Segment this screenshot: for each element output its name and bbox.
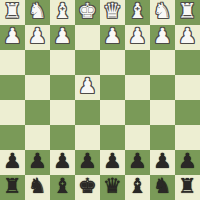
square-f7[interactable]: ♟: [50, 150, 75, 175]
square-d5[interactable]: [100, 100, 125, 125]
square-a5[interactable]: [175, 100, 200, 125]
white-pawn-piece[interactable]: ♟: [28, 25, 47, 49]
square-d6[interactable]: [100, 125, 125, 150]
black-bishop-piece[interactable]: ♝: [128, 175, 147, 199]
square-g5[interactable]: [25, 100, 50, 125]
black-queen-piece[interactable]: ♛: [103, 175, 122, 199]
square-g8[interactable]: ♞: [25, 175, 50, 200]
square-d3[interactable]: [100, 50, 125, 75]
square-b1[interactable]: ♞: [150, 0, 175, 25]
white-pawn-piece[interactable]: ♟: [3, 25, 22, 49]
square-b4[interactable]: [150, 75, 175, 100]
black-king-piece[interactable]: ♚: [78, 175, 97, 199]
black-bishop-piece[interactable]: ♝: [53, 175, 72, 199]
white-queen-piece[interactable]: ♛: [103, 0, 122, 24]
square-h5[interactable]: [0, 100, 25, 125]
chess-board: ♜♞♝♚♛♝♞♜♟♟♟♟♟♟♟♟♟♟♟♟♟♟♟♟♜♞♝♚♛♝♞♜: [0, 0, 200, 200]
square-h8[interactable]: ♜: [0, 175, 25, 200]
black-pawn-piece[interactable]: ♟: [28, 150, 47, 174]
white-rook-piece[interactable]: ♜: [178, 0, 197, 24]
square-e2[interactable]: [75, 25, 100, 50]
black-pawn-piece[interactable]: ♟: [78, 150, 97, 174]
square-a7[interactable]: ♟: [175, 150, 200, 175]
square-c4[interactable]: [125, 75, 150, 100]
black-rook-piece[interactable]: ♜: [178, 175, 197, 199]
square-d2[interactable]: ♟: [100, 25, 125, 50]
white-rook-piece[interactable]: ♜: [3, 0, 22, 24]
square-e4[interactable]: ♟: [75, 75, 100, 100]
black-rook-piece[interactable]: ♜: [3, 175, 22, 199]
square-h4[interactable]: [0, 75, 25, 100]
black-knight-piece[interactable]: ♞: [28, 175, 47, 199]
square-h2[interactable]: ♟: [0, 25, 25, 50]
square-g6[interactable]: [25, 125, 50, 150]
square-d7[interactable]: ♟: [100, 150, 125, 175]
black-pawn-piece[interactable]: ♟: [153, 150, 172, 174]
square-a4[interactable]: [175, 75, 200, 100]
black-pawn-piece[interactable]: ♟: [3, 150, 22, 174]
square-d8[interactable]: ♛: [100, 175, 125, 200]
square-h7[interactable]: ♟: [0, 150, 25, 175]
square-f2[interactable]: ♟: [50, 25, 75, 50]
white-bishop-piece[interactable]: ♝: [128, 0, 147, 24]
square-e1[interactable]: ♚: [75, 0, 100, 25]
white-bishop-piece[interactable]: ♝: [53, 0, 72, 24]
black-knight-piece[interactable]: ♞: [153, 175, 172, 199]
square-c2[interactable]: ♟: [125, 25, 150, 50]
square-e6[interactable]: [75, 125, 100, 150]
square-b8[interactable]: ♞: [150, 175, 175, 200]
square-d1[interactable]: ♛: [100, 0, 125, 25]
square-b6[interactable]: [150, 125, 175, 150]
square-b3[interactable]: [150, 50, 175, 75]
square-e8[interactable]: ♚: [75, 175, 100, 200]
square-b7[interactable]: ♟: [150, 150, 175, 175]
square-h3[interactable]: [0, 50, 25, 75]
black-pawn-piece[interactable]: ♟: [128, 150, 147, 174]
square-a1[interactable]: ♜: [175, 0, 200, 25]
black-pawn-piece[interactable]: ♟: [103, 150, 122, 174]
square-f3[interactable]: [50, 50, 75, 75]
black-pawn-piece[interactable]: ♟: [178, 150, 197, 174]
square-a3[interactable]: [175, 50, 200, 75]
square-c1[interactable]: ♝: [125, 0, 150, 25]
white-knight-piece[interactable]: ♞: [28, 0, 47, 24]
square-g2[interactable]: ♟: [25, 25, 50, 50]
square-c3[interactable]: [125, 50, 150, 75]
square-c5[interactable]: [125, 100, 150, 125]
square-c6[interactable]: [125, 125, 150, 150]
square-e3[interactable]: [75, 50, 100, 75]
square-f5[interactable]: [50, 100, 75, 125]
white-pawn-piece[interactable]: ♟: [103, 25, 122, 49]
square-g4[interactable]: [25, 75, 50, 100]
square-a2[interactable]: ♟: [175, 25, 200, 50]
square-e5[interactable]: [75, 100, 100, 125]
white-pawn-piece[interactable]: ♟: [78, 75, 97, 99]
square-b2[interactable]: ♟: [150, 25, 175, 50]
white-king-piece[interactable]: ♚: [78, 0, 97, 24]
square-g7[interactable]: ♟: [25, 150, 50, 175]
square-f6[interactable]: [50, 125, 75, 150]
square-d4[interactable]: [100, 75, 125, 100]
square-c8[interactable]: ♝: [125, 175, 150, 200]
square-b5[interactable]: [150, 100, 175, 125]
square-f4[interactable]: [50, 75, 75, 100]
square-g3[interactable]: [25, 50, 50, 75]
white-pawn-piece[interactable]: ♟: [178, 25, 197, 49]
square-f1[interactable]: ♝: [50, 0, 75, 25]
square-h6[interactable]: [0, 125, 25, 150]
black-pawn-piece[interactable]: ♟: [53, 150, 72, 174]
square-h1[interactable]: ♜: [0, 0, 25, 25]
white-pawn-piece[interactable]: ♟: [53, 25, 72, 49]
square-g1[interactable]: ♞: [25, 0, 50, 25]
square-a8[interactable]: ♜: [175, 175, 200, 200]
square-f8[interactable]: ♝: [50, 175, 75, 200]
white-pawn-piece[interactable]: ♟: [153, 25, 172, 49]
white-knight-piece[interactable]: ♞: [153, 0, 172, 24]
white-pawn-piece[interactable]: ♟: [128, 25, 147, 49]
square-a6[interactable]: [175, 125, 200, 150]
square-c7[interactable]: ♟: [125, 150, 150, 175]
square-e7[interactable]: ♟: [75, 150, 100, 175]
